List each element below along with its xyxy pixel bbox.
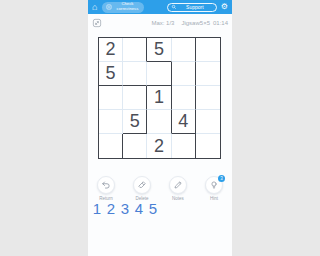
sudoku-board: 2551542 xyxy=(98,37,221,159)
board-cell-r5c5[interactable] xyxy=(196,134,220,158)
support-label: Support xyxy=(186,4,204,10)
board-cell-r2c3[interactable] xyxy=(147,62,171,86)
board-cell-r4c5[interactable] xyxy=(196,110,220,134)
board-cell-r1c5[interactable] xyxy=(196,38,220,62)
numpad-digit-3[interactable]: 3 xyxy=(118,200,132,217)
board-cell-r3c3[interactable]: 1 xyxy=(147,86,171,110)
mistakes-counter: Max: 1/3 xyxy=(151,20,174,26)
pencil-icon[interactable] xyxy=(169,176,187,194)
mode-timer: Jigsaw5×5 01:14 xyxy=(181,20,228,26)
board-cell-r1c1[interactable]: 2 xyxy=(99,38,123,62)
numpad-digit-4[interactable]: 4 xyxy=(132,200,146,217)
support-search-field[interactable]: Support xyxy=(167,3,217,12)
hint-button[interactable]: 3Hint xyxy=(196,176,232,201)
check-correctness-label: Check correctness xyxy=(114,2,140,12)
board-cell-r1c3[interactable]: 5 xyxy=(147,38,171,62)
notes-button[interactable]: Notes xyxy=(160,176,196,201)
board-cell-r3c2[interactable] xyxy=(123,86,147,110)
eraser-icon[interactable] xyxy=(133,176,151,194)
board-cell-r4c3[interactable] xyxy=(147,110,171,134)
clue-digit: 2 xyxy=(106,39,116,60)
board-cell-r1c2[interactable] xyxy=(123,38,147,62)
scan-icon xyxy=(106,4,112,10)
puzzle-type-label: Jigsaw5×5 xyxy=(181,20,210,26)
numpad-digit-1[interactable]: 1 xyxy=(90,200,104,217)
clue-digit: 5 xyxy=(130,111,140,132)
action-toolbar: ReturnDeleteNotes3Hint xyxy=(88,176,232,201)
hint-count-badge: 3 xyxy=(218,175,225,182)
home-icon[interactable]: ⌂ xyxy=(92,3,97,12)
bulb-icon[interactable]: 3 xyxy=(205,176,223,194)
board-cell-r5c1[interactable] xyxy=(99,134,123,158)
check-correctness-button[interactable]: Check correctness xyxy=(102,2,144,13)
board-cell-r2c2[interactable] xyxy=(123,62,147,86)
board-cell-r4c2[interactable]: 5 xyxy=(123,110,147,134)
search-icon xyxy=(171,4,177,10)
numpad-digit-2[interactable]: 2 xyxy=(104,200,118,217)
return-button[interactable]: Return xyxy=(88,176,124,201)
notes-label: Notes xyxy=(172,196,184,201)
clue-digit: 2 xyxy=(154,136,164,157)
board-cell-r4c1[interactable] xyxy=(99,110,123,134)
board-cell-r5c3[interactable]: 2 xyxy=(147,134,171,158)
board-cell-r3c5[interactable] xyxy=(196,86,220,110)
board-cell-r2c1[interactable]: 5 xyxy=(99,62,123,86)
clue-digit: 4 xyxy=(178,111,188,132)
clue-digit: 5 xyxy=(154,39,164,60)
board-cell-r2c5[interactable] xyxy=(196,62,220,86)
gear-icon[interactable]: ⚙ xyxy=(221,3,228,11)
app-screen: ⌂ Check correctness Support ⚙ xyxy=(88,0,232,256)
board-cell-r2c4[interactable] xyxy=(172,62,196,86)
clue-digit: 1 xyxy=(154,87,164,108)
board-cell-r3c1[interactable] xyxy=(99,86,123,110)
top-bar: ⌂ Check correctness Support ⚙ xyxy=(88,0,232,14)
resize-icon[interactable] xyxy=(92,18,102,28)
hint-label: Hint xyxy=(210,196,218,201)
board-cell-r3c4[interactable] xyxy=(172,86,196,110)
undo-icon[interactable] xyxy=(97,176,115,194)
delete-button[interactable]: Delete xyxy=(124,176,160,201)
status-bar: Max: 1/3 Jigsaw5×5 01:14 xyxy=(88,14,232,32)
board-cell-r4c4[interactable]: 4 xyxy=(172,110,196,134)
numpad-digit-5[interactable]: 5 xyxy=(146,200,160,217)
board-cell-r5c2[interactable] xyxy=(123,134,147,158)
board-cell-r1c4[interactable] xyxy=(172,38,196,62)
status-texts: Max: 1/3 Jigsaw5×5 01:14 xyxy=(151,20,228,26)
clue-digit: 5 xyxy=(106,63,116,84)
timer-value: 01:14 xyxy=(213,20,228,26)
number-pad: 12345 xyxy=(90,200,160,217)
board-cell-r5c4[interactable] xyxy=(172,134,196,158)
